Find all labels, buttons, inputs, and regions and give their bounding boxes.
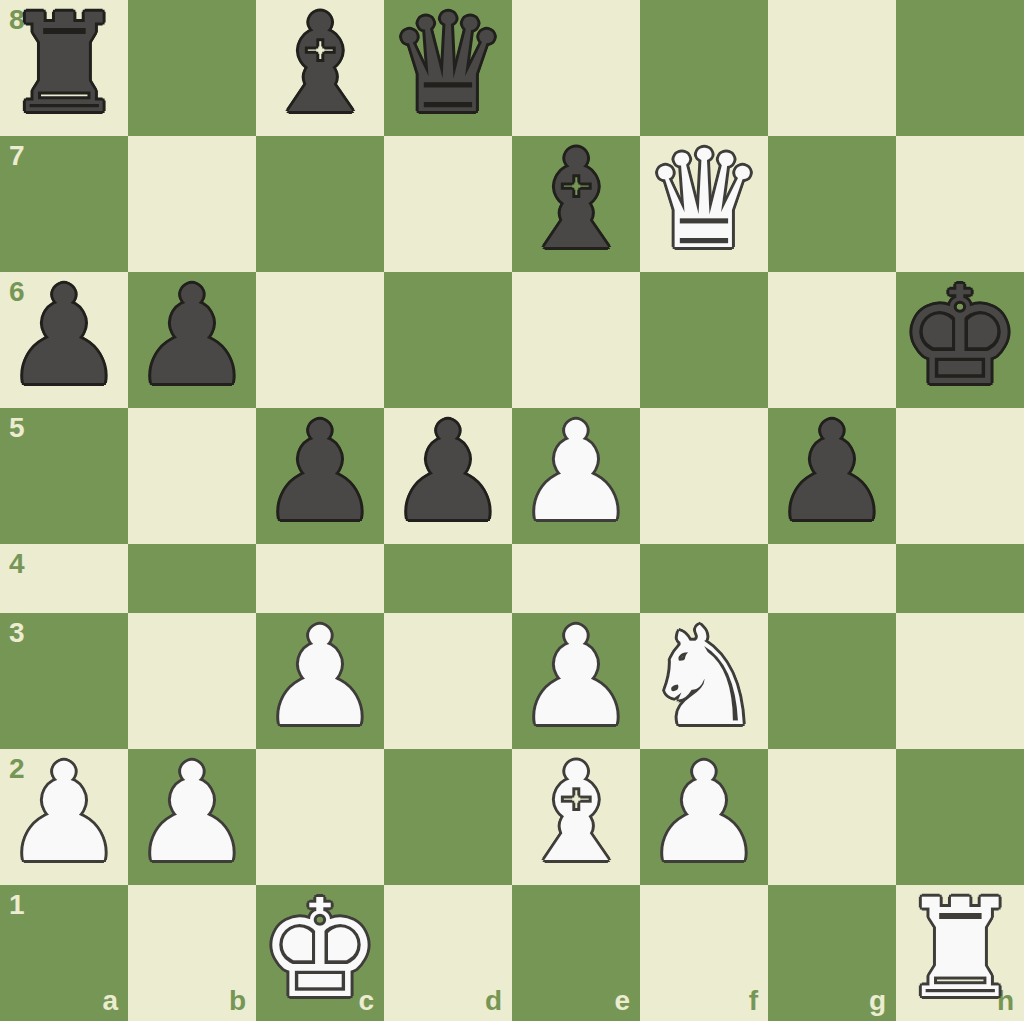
square-f7[interactable]: ♛ <box>640 136 768 272</box>
piece-white-pawn[interactable]: ♟ <box>259 609 381 745</box>
square-c5[interactable]: ♟ <box>256 408 384 544</box>
piece-white-queen[interactable]: ♛ <box>643 132 765 268</box>
square-g2[interactable] <box>768 749 896 885</box>
square-d3[interactable] <box>384 613 512 749</box>
piece-white-pawn[interactable]: ♟ <box>3 745 125 881</box>
square-d5[interactable]: ♟ <box>384 408 512 544</box>
piece-black-pawn[interactable]: ♟ <box>387 404 509 540</box>
piece-black-pawn[interactable]: ♟ <box>771 404 893 540</box>
piece-white-knight[interactable]: ♞ <box>643 609 765 745</box>
square-c6[interactable] <box>256 272 384 408</box>
square-g4[interactable] <box>768 544 896 613</box>
rank-label-4: 4 <box>9 550 25 578</box>
square-h8[interactable] <box>896 0 1024 136</box>
square-e2[interactable]: ♝ <box>512 749 640 885</box>
rank-label-7: 7 <box>9 142 25 170</box>
rank-label-1: 1 <box>9 891 25 919</box>
square-a6[interactable]: 6♟ <box>0 272 128 408</box>
square-e7[interactable]: ♝ <box>512 136 640 272</box>
piece-white-pawn[interactable]: ♟ <box>643 745 765 881</box>
square-b6[interactable]: ♟ <box>128 272 256 408</box>
square-b3[interactable] <box>128 613 256 749</box>
square-c3[interactable]: ♟ <box>256 613 384 749</box>
square-a7[interactable]: 7 <box>0 136 128 272</box>
square-h3[interactable] <box>896 613 1024 749</box>
square-e8[interactable] <box>512 0 640 136</box>
file-label-e: e <box>614 987 630 1015</box>
square-c8[interactable]: ♝ <box>256 0 384 136</box>
square-a4[interactable]: 4 <box>0 544 128 613</box>
square-f3[interactable]: ♞ <box>640 613 768 749</box>
square-e5[interactable]: ♟ <box>512 408 640 544</box>
piece-black-bishop[interactable]: ♝ <box>259 0 381 132</box>
square-f1[interactable]: f <box>640 885 768 1021</box>
piece-black-king[interactable]: ♚ <box>899 268 1021 404</box>
square-a5[interactable]: 5 <box>0 408 128 544</box>
square-g5[interactable]: ♟ <box>768 408 896 544</box>
square-a8[interactable]: 8♜ <box>0 0 128 136</box>
piece-white-rook[interactable]: ♜ <box>899 881 1021 1017</box>
square-e3[interactable]: ♟ <box>512 613 640 749</box>
file-label-b: b <box>229 987 246 1015</box>
square-b8[interactable] <box>128 0 256 136</box>
rank-label-5: 5 <box>9 414 25 442</box>
square-d6[interactable] <box>384 272 512 408</box>
square-d4[interactable] <box>384 544 512 613</box>
square-f5[interactable] <box>640 408 768 544</box>
square-g3[interactable] <box>768 613 896 749</box>
piece-white-king[interactable]: ♚ <box>259 881 381 1017</box>
file-label-g: g <box>869 987 886 1015</box>
square-g6[interactable] <box>768 272 896 408</box>
square-b7[interactable] <box>128 136 256 272</box>
square-f6[interactable] <box>640 272 768 408</box>
square-e1[interactable]: e <box>512 885 640 1021</box>
piece-white-pawn[interactable]: ♟ <box>515 404 637 540</box>
piece-white-pawn[interactable]: ♟ <box>131 745 253 881</box>
square-c2[interactable] <box>256 749 384 885</box>
square-h5[interactable] <box>896 408 1024 544</box>
square-d8[interactable]: ♛ <box>384 0 512 136</box>
square-h4[interactable] <box>896 544 1024 613</box>
square-b2[interactable]: ♟ <box>128 749 256 885</box>
square-b5[interactable] <box>128 408 256 544</box>
rank-label-3: 3 <box>9 619 25 647</box>
piece-black-pawn[interactable]: ♟ <box>259 404 381 540</box>
piece-black-queen[interactable]: ♛ <box>387 0 509 132</box>
square-h1[interactable]: h♜ <box>896 885 1024 1021</box>
file-label-d: d <box>485 987 502 1015</box>
square-f8[interactable] <box>640 0 768 136</box>
piece-black-bishop[interactable]: ♝ <box>515 132 637 268</box>
square-f2[interactable]: ♟ <box>640 749 768 885</box>
square-g1[interactable]: g <box>768 885 896 1021</box>
square-d2[interactable] <box>384 749 512 885</box>
piece-black-rook[interactable]: ♜ <box>3 0 125 132</box>
file-label-a: a <box>102 987 118 1015</box>
piece-white-pawn[interactable]: ♟ <box>515 609 637 745</box>
piece-black-pawn[interactable]: ♟ <box>3 268 125 404</box>
piece-black-pawn[interactable]: ♟ <box>131 268 253 404</box>
square-c7[interactable] <box>256 136 384 272</box>
chess-board: 8♜♝♛7♝♛6♟♟♚5♟♟♟♟43♟♟♞2♟♟♝♟1abc♚defgh♜ <box>0 0 1024 1021</box>
square-d7[interactable] <box>384 136 512 272</box>
square-e6[interactable] <box>512 272 640 408</box>
square-a1[interactable]: 1a <box>0 885 128 1021</box>
square-h6[interactable]: ♚ <box>896 272 1024 408</box>
square-h2[interactable] <box>896 749 1024 885</box>
chess-board-wrap: 8♜♝♛7♝♛6♟♟♚5♟♟♟♟43♟♟♞2♟♟♝♟1abc♚defgh♜ <box>0 0 1024 1021</box>
square-d1[interactable]: d <box>384 885 512 1021</box>
file-label-f: f <box>749 987 758 1015</box>
square-b4[interactable] <box>128 544 256 613</box>
square-h7[interactable] <box>896 136 1024 272</box>
square-a2[interactable]: 2♟ <box>0 749 128 885</box>
square-g8[interactable] <box>768 0 896 136</box>
square-b1[interactable]: b <box>128 885 256 1021</box>
piece-white-bishop[interactable]: ♝ <box>515 745 637 881</box>
square-a3[interactable]: 3 <box>0 613 128 749</box>
square-c1[interactable]: c♚ <box>256 885 384 1021</box>
square-g7[interactable] <box>768 136 896 272</box>
